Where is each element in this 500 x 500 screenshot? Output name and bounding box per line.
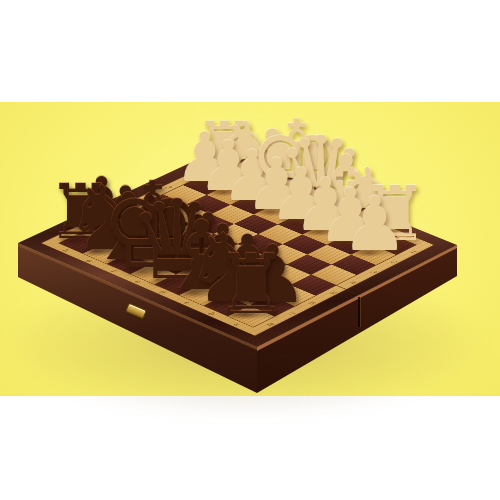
pieces-layer: ♜♟♞♟♝♟♚♟♛♟♝♟♟♞♜♟♟♜♞♟♟♝♟♚♟♛♟♝♟♞♟♜ — [0, 0, 500, 500]
piece-white-pawn-a2: ♟ — [341, 188, 408, 263]
product-photo: hhggffeeddccbbaa1122334455667788 ♜♟♞♟♝♟♚… — [0, 0, 500, 500]
piece-black-rook-a8: ♜ — [214, 242, 288, 325]
